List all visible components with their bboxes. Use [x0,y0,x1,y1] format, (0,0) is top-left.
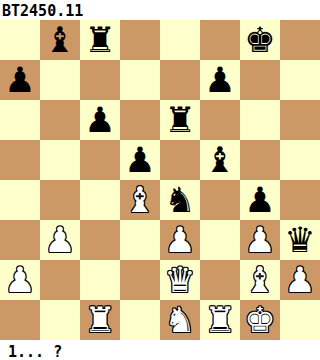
square-a4[interactable] [0,180,40,220]
square-d2[interactable] [120,260,160,300]
black-bishop[interactable]: ♝ [204,140,235,180]
square-e3[interactable]: ♟ [160,220,200,260]
square-h6[interactable] [280,100,320,140]
black-knight[interactable]: ♞ [164,180,195,220]
white-rook[interactable]: ♜ [84,300,115,340]
square-h7[interactable] [280,60,320,100]
square-b8[interactable]: ♝ [40,20,80,60]
white-pawn[interactable]: ♟ [4,260,35,300]
chess-board: ♝♜♚♟♟♟♜♟♝♝♞♟♟♟♟♛♟♛♝♟♜♞♜♚ [0,20,320,340]
square-a2[interactable]: ♟ [0,260,40,300]
square-e1[interactable]: ♞ [160,300,200,340]
square-h2[interactable]: ♟ [280,260,320,300]
square-d1[interactable] [120,300,160,340]
white-pawn[interactable]: ♟ [44,220,75,260]
black-pawn[interactable]: ♟ [204,60,235,100]
square-a5[interactable] [0,140,40,180]
square-g1[interactable]: ♚ [240,300,280,340]
square-c7[interactable] [80,60,120,100]
square-f3[interactable] [200,220,240,260]
square-g2[interactable]: ♝ [240,260,280,300]
square-e6[interactable]: ♜ [160,100,200,140]
square-d6[interactable] [120,100,160,140]
black-queen[interactable]: ♛ [284,220,315,260]
square-d3[interactable] [120,220,160,260]
square-b3[interactable]: ♟ [40,220,80,260]
square-h3[interactable]: ♛ [280,220,320,260]
white-bishop[interactable]: ♝ [124,180,155,220]
square-d7[interactable] [120,60,160,100]
square-c4[interactable] [80,180,120,220]
square-a7[interactable]: ♟ [0,60,40,100]
square-h1[interactable] [280,300,320,340]
square-h8[interactable] [280,20,320,60]
white-bishop[interactable]: ♝ [244,260,275,300]
square-d5[interactable]: ♟ [120,140,160,180]
square-a3[interactable] [0,220,40,260]
puzzle-id-title: BT2450.11 [0,0,320,20]
white-pawn[interactable]: ♟ [164,220,195,260]
chess-puzzle-window: BT2450.11 ♝♜♚♟♟♟♜♟♝♝♞♟♟♟♟♛♟♛♝♟♜♞♜♚ 1... … [0,0,320,360]
black-pawn[interactable]: ♟ [84,100,115,140]
square-b4[interactable] [40,180,80,220]
square-e2[interactable]: ♛ [160,260,200,300]
black-pawn[interactable]: ♟ [124,140,155,180]
square-c2[interactable] [80,260,120,300]
square-h4[interactable] [280,180,320,220]
black-rook[interactable]: ♜ [84,20,115,60]
square-e4[interactable]: ♞ [160,180,200,220]
square-b5[interactable] [40,140,80,180]
square-g4[interactable]: ♟ [240,180,280,220]
square-f6[interactable] [200,100,240,140]
black-king[interactable]: ♚ [244,20,275,60]
white-king[interactable]: ♚ [244,300,275,340]
square-f5[interactable]: ♝ [200,140,240,180]
black-pawn[interactable]: ♟ [4,60,35,100]
square-f1[interactable]: ♜ [200,300,240,340]
white-queen[interactable]: ♛ [164,260,195,300]
square-c3[interactable] [80,220,120,260]
square-g7[interactable] [240,60,280,100]
square-g3[interactable]: ♟ [240,220,280,260]
square-g6[interactable] [240,100,280,140]
square-f7[interactable]: ♟ [200,60,240,100]
square-h5[interactable] [280,140,320,180]
square-a8[interactable] [0,20,40,60]
square-c6[interactable]: ♟ [80,100,120,140]
square-d4[interactable]: ♝ [120,180,160,220]
square-a6[interactable] [0,100,40,140]
white-rook[interactable]: ♜ [204,300,235,340]
black-bishop[interactable]: ♝ [44,20,75,60]
square-c5[interactable] [80,140,120,180]
square-e7[interactable] [160,60,200,100]
square-f4[interactable] [200,180,240,220]
square-b6[interactable] [40,100,80,140]
square-a1[interactable] [0,300,40,340]
black-rook[interactable]: ♜ [164,100,195,140]
square-f8[interactable] [200,20,240,60]
square-b7[interactable] [40,60,80,100]
square-g5[interactable] [240,140,280,180]
square-e8[interactable] [160,20,200,60]
move-prompt: 1... ? [0,340,320,360]
square-b1[interactable] [40,300,80,340]
square-c1[interactable]: ♜ [80,300,120,340]
white-pawn[interactable]: ♟ [244,220,275,260]
square-g8[interactable]: ♚ [240,20,280,60]
black-pawn[interactable]: ♟ [244,180,275,220]
square-d8[interactable] [120,20,160,60]
square-e5[interactable] [160,140,200,180]
white-knight[interactable]: ♞ [164,300,195,340]
white-pawn[interactable]: ♟ [284,260,315,300]
square-f2[interactable] [200,260,240,300]
square-b2[interactable] [40,260,80,300]
square-c8[interactable]: ♜ [80,20,120,60]
